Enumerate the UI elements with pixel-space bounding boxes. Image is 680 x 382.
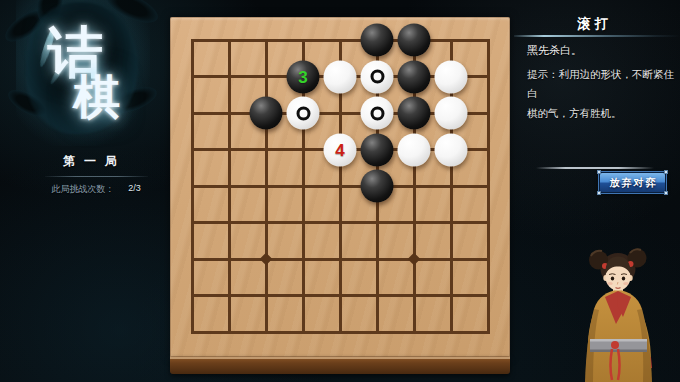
attempts-label: 此局挑战次数： bbox=[51, 183, 114, 196]
button-corner-stud bbox=[597, 191, 601, 195]
round-label: 第一局 bbox=[40, 153, 140, 170]
go-board[interactable]: 34 bbox=[170, 17, 510, 374]
black-stone bbox=[250, 97, 283, 130]
companion-character-illustration bbox=[585, 240, 680, 382]
black-stone: 3 bbox=[287, 60, 320, 93]
star-point bbox=[260, 253, 273, 266]
board-surface[interactable]: 34 bbox=[170, 17, 510, 357]
black-stone bbox=[398, 97, 431, 130]
button-divider bbox=[536, 167, 654, 169]
white-stone bbox=[435, 60, 468, 93]
button-corner-stud bbox=[597, 170, 601, 174]
grid-line-horizontal bbox=[191, 258, 490, 261]
circle-marker bbox=[370, 70, 384, 84]
board-grid[interactable]: 34 bbox=[192, 40, 488, 332]
star-point bbox=[408, 253, 421, 266]
move-number-label: 4 bbox=[335, 141, 344, 158]
attempts-value: 2/3 bbox=[128, 183, 141, 196]
hint-line-1: 提示：利用边的形状，不断紧住白 bbox=[527, 65, 679, 104]
circle-marker bbox=[370, 106, 384, 120]
white-stone bbox=[361, 97, 394, 130]
black-stone bbox=[398, 24, 431, 57]
objective-text: 黑先杀白。 bbox=[527, 43, 582, 58]
grid-line-horizontal bbox=[191, 221, 490, 224]
black-stone bbox=[361, 24, 394, 57]
hint-text: 提示：利用边的形状，不断紧住白 棋的气，方有胜机。 bbox=[527, 65, 679, 123]
white-stone bbox=[435, 133, 468, 166]
button-corner-stud bbox=[664, 191, 668, 195]
black-stone bbox=[398, 60, 431, 93]
white-stone: 4 bbox=[324, 133, 357, 166]
white-stone bbox=[324, 60, 357, 93]
attempts-counter: 此局挑战次数： 2/3 bbox=[40, 183, 152, 196]
white-stone bbox=[398, 133, 431, 166]
move-number-label: 3 bbox=[298, 68, 307, 85]
grid-line-vertical bbox=[487, 39, 490, 334]
grid-line-horizontal bbox=[191, 294, 490, 297]
black-stone bbox=[361, 133, 394, 166]
left-panel-divider bbox=[45, 176, 148, 177]
puzzle-title: 滚打 bbox=[520, 15, 665, 33]
board-side-edge bbox=[170, 357, 510, 374]
game-screen: 诘 棋 第一局 此局挑战次数： 2/3 34 滚打 黑先杀白。 提示：利用边的形… bbox=[0, 0, 680, 382]
circle-marker bbox=[296, 106, 310, 120]
grid-line-horizontal bbox=[191, 185, 490, 188]
white-stone bbox=[287, 97, 320, 130]
white-stone bbox=[435, 97, 468, 130]
button-corner-stud bbox=[664, 170, 668, 174]
hint-line-2: 棋的气，方有胜机。 bbox=[527, 104, 679, 123]
give-up-button[interactable]: 放弃对弈 bbox=[599, 172, 666, 193]
grid-line-horizontal bbox=[191, 331, 490, 334]
title-divider bbox=[514, 35, 680, 37]
mode-title-char-2: 棋 bbox=[73, 66, 120, 129]
white-stone bbox=[361, 60, 394, 93]
black-stone bbox=[361, 170, 394, 203]
